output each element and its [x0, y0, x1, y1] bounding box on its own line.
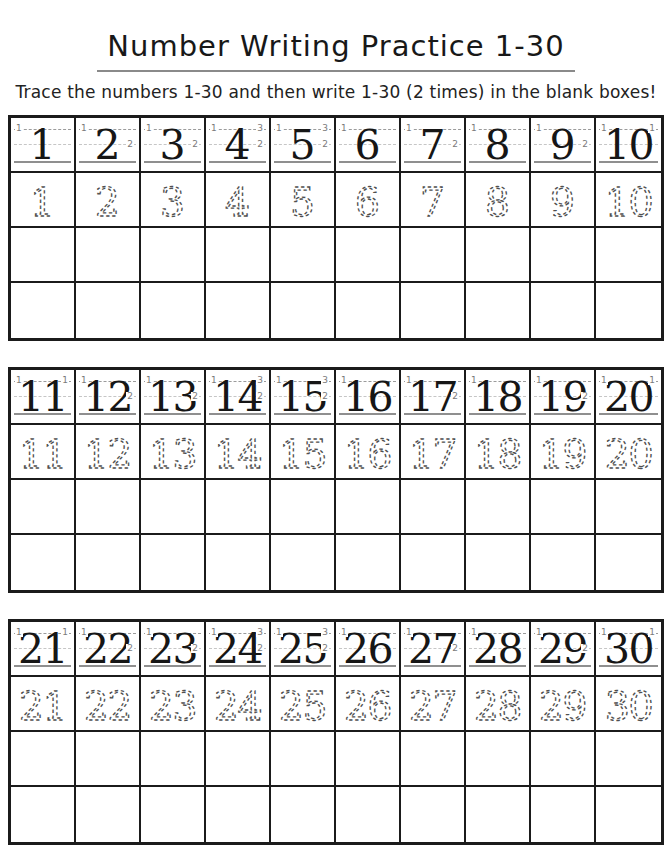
stroke-order-label: 1	[470, 376, 478, 385]
svg-text:15: 15	[279, 432, 326, 477]
worksheet-page: Number Writing Practice 1-30 Trace the n…	[0, 0, 672, 858]
trace-cell-14: 14	[206, 425, 271, 480]
svg-text:13: 13	[149, 432, 196, 477]
stroke-order-label: 2	[321, 644, 329, 653]
trace-numeral-11: 11	[11, 425, 74, 478]
guide-cell-22: 1222	[76, 622, 141, 677]
stroke-order-label: 2	[451, 644, 459, 653]
blank-cell-23-row1	[141, 732, 206, 787]
trace-cell-24: 24	[206, 677, 271, 732]
guide-numeral-8: 8	[484, 125, 510, 166]
number-block-1-10: 1112212312341235161271812911101234567891…	[8, 115, 664, 341]
svg-text:8: 8	[485, 180, 510, 225]
svg-text:28: 28	[474, 684, 521, 729]
guide-cell-17: 1217	[401, 370, 466, 425]
blank-cell-22-row1	[76, 732, 141, 787]
trace-cell-13: 13	[141, 425, 206, 480]
trace-cell-6: 6	[336, 173, 401, 228]
trace-cell-5: 5	[271, 173, 336, 228]
blank-cell-9-row1	[531, 228, 596, 283]
trace-numeral-7: 7	[401, 173, 464, 226]
trace-cell-9: 9	[531, 173, 596, 228]
guide-numeral-7: 7	[419, 125, 445, 166]
guide-numeral-30: 30	[604, 629, 653, 670]
blank-cell-17-row2	[401, 535, 466, 590]
blank-cell-18-row2	[466, 535, 531, 590]
stroke-order-label: 1	[15, 628, 23, 637]
guide-numeral-26: 26	[343, 629, 392, 670]
blank-cell-19-row2	[531, 535, 596, 590]
blank-cell-11-row2	[11, 535, 76, 590]
blank-cell-6-row1	[336, 228, 401, 283]
svg-text:16: 16	[344, 432, 391, 477]
trace-numeral-15: 15	[271, 425, 334, 478]
blank-cell-28-row2	[466, 787, 531, 842]
stroke-order-label: 1	[648, 628, 656, 637]
guide-numeral-13: 13	[148, 377, 197, 418]
stroke-order-label: 2	[581, 140, 589, 149]
trace-numeral-14: 14	[206, 425, 269, 478]
trace-numeral-10: 10	[596, 173, 661, 226]
trace-numeral-6: 6	[336, 173, 399, 226]
stroke-order-label: 2	[126, 392, 134, 401]
trace-numeral-17: 17	[401, 425, 464, 478]
guide-cell-9: 129	[531, 118, 596, 173]
guide-cell-27: 1227	[401, 622, 466, 677]
blank-cell-11-row1	[11, 480, 76, 535]
blank-cell-16-row1	[336, 480, 401, 535]
stroke-order-label: 1	[405, 376, 413, 385]
stroke-order-label: 1	[210, 376, 218, 385]
guide-cell-6: 16	[336, 118, 401, 173]
guide-numeral-11: 11	[18, 377, 67, 418]
svg-text:10: 10	[605, 179, 652, 225]
stroke-order-label: 1	[470, 124, 478, 133]
trace-numeral-29: 29	[531, 677, 594, 730]
stroke-order-label: 2	[451, 392, 459, 401]
stroke-order-label: 1	[210, 628, 218, 637]
guide-cell-13: 1213	[141, 370, 206, 425]
trace-numeral-30: 30	[596, 677, 661, 730]
blank-cell-3-row2	[141, 283, 206, 338]
blank-cell-7-row2	[401, 283, 466, 338]
blank-cell-25-row2	[271, 787, 336, 842]
guide-numeral-18: 18	[473, 377, 522, 418]
blank-cell-20-row1	[596, 480, 661, 535]
blank-cell-8-row2	[466, 283, 531, 338]
stroke-order-label: 2	[191, 644, 199, 653]
stroke-order-label: 2	[256, 392, 264, 401]
stroke-order-label: 1	[600, 124, 608, 133]
guide-numeral-15: 15	[278, 377, 327, 418]
blank-cell-30-row2	[596, 787, 661, 842]
trace-numeral-12: 12	[76, 425, 139, 478]
svg-text:17: 17	[409, 432, 456, 477]
stroke-order-label: 2	[191, 392, 199, 401]
guide-numeral-4: 4	[224, 125, 250, 166]
blank-cell-27-row1	[401, 732, 466, 787]
guide-cell-8: 18	[466, 118, 531, 173]
svg-text:2: 2	[95, 180, 120, 225]
guide-cell-1: 11	[11, 118, 76, 173]
stroke-order-label: 1	[61, 628, 69, 637]
page-title: Number Writing Practice 1-30	[97, 30, 574, 72]
blank-cell-17-row1	[401, 480, 466, 535]
stroke-order-label: 2	[451, 140, 459, 149]
guide-numeral-19: 19	[538, 377, 587, 418]
svg-text:29: 29	[539, 684, 586, 729]
blank-cell-8-row1	[466, 228, 531, 283]
guide-numeral-3: 3	[159, 125, 185, 166]
blank-cell-15-row2	[271, 535, 336, 590]
guide-cell-19: 1219	[531, 370, 596, 425]
trace-cell-23: 23	[141, 677, 206, 732]
stroke-order-label: 1	[600, 628, 608, 637]
number-block-11-20: 1111121212131231412315116121711812191120…	[8, 367, 664, 593]
svg-text:3: 3	[160, 180, 185, 225]
blank-cell-29-row2	[531, 787, 596, 842]
stroke-order-label: 2	[581, 644, 589, 653]
blank-cell-5-row1	[271, 228, 336, 283]
svg-text:19: 19	[539, 432, 586, 477]
guide-cell-12: 1212	[76, 370, 141, 425]
guide-cell-5: 1235	[271, 118, 336, 173]
practice-blocks: 1112212312341235161271812911101234567891…	[8, 115, 664, 845]
blank-cell-25-row1	[271, 732, 336, 787]
stroke-order-label: 1	[145, 628, 153, 637]
stroke-order-label: 2	[321, 140, 329, 149]
blank-cell-21-row2	[11, 787, 76, 842]
stroke-order-label: 1	[145, 124, 153, 133]
svg-text:26: 26	[344, 684, 391, 729]
trace-cell-20: 20	[596, 425, 661, 480]
svg-text:12: 12	[84, 432, 131, 477]
blank-cell-1-row1	[11, 228, 76, 283]
trace-cell-26: 26	[336, 677, 401, 732]
stroke-order-label: 2	[321, 392, 329, 401]
trace-numeral-24: 24	[206, 677, 269, 730]
trace-cell-29: 29	[531, 677, 596, 732]
blank-cell-30-row1	[596, 732, 661, 787]
trace-numeral-13: 13	[141, 425, 204, 478]
blank-cell-18-row1	[466, 480, 531, 535]
stroke-order-label: 1	[80, 376, 88, 385]
svg-text:27: 27	[409, 684, 456, 729]
trace-numeral-25: 25	[271, 677, 334, 730]
stroke-order-label: 3	[256, 376, 264, 385]
svg-text:14: 14	[214, 432, 261, 477]
trace-cell-12: 12	[76, 425, 141, 480]
svg-text:4: 4	[225, 180, 250, 225]
trace-cell-17: 17	[401, 425, 466, 480]
trace-cell-15: 15	[271, 425, 336, 480]
blank-cell-16-row2	[336, 535, 401, 590]
stroke-order-label: 2	[126, 644, 134, 653]
trace-numeral-26: 26	[336, 677, 399, 730]
blank-cell-15-row1	[271, 480, 336, 535]
svg-text:30: 30	[605, 683, 652, 729]
trace-numeral-4: 4	[206, 173, 269, 226]
trace-cell-18: 18	[466, 425, 531, 480]
guide-cell-4: 1234	[206, 118, 271, 173]
guide-cell-10: 1110	[596, 118, 661, 173]
guide-cell-24: 12324	[206, 622, 271, 677]
guide-cell-16: 116	[336, 370, 401, 425]
blank-cell-19-row1	[531, 480, 596, 535]
trace-numeral-8: 8	[466, 173, 529, 226]
stroke-order-label: 1	[15, 124, 23, 133]
blank-cell-13-row2	[141, 535, 206, 590]
blank-cell-9-row2	[531, 283, 596, 338]
stroke-order-label: 3	[321, 376, 329, 385]
instructions-text: Trace the numbers 1-30 and then write 1-…	[8, 82, 664, 102]
blank-cell-22-row2	[76, 787, 141, 842]
trace-cell-4: 4	[206, 173, 271, 228]
guide-cell-28: 128	[466, 622, 531, 677]
trace-cell-2: 2	[76, 173, 141, 228]
guide-cell-18: 118	[466, 370, 531, 425]
blank-cell-21-row1	[11, 732, 76, 787]
blank-cell-26-row1	[336, 732, 401, 787]
blank-cell-24-row2	[206, 787, 271, 842]
trace-numeral-21: 21	[11, 677, 74, 730]
trace-numeral-16: 16	[336, 425, 399, 478]
blank-cell-29-row1	[531, 732, 596, 787]
guide-numeral-27: 27	[408, 629, 457, 670]
trace-cell-28: 28	[466, 677, 531, 732]
svg-text:18: 18	[474, 432, 521, 477]
guide-cell-3: 123	[141, 118, 206, 173]
trace-cell-10: 10	[596, 173, 661, 228]
stroke-order-label: 1	[648, 124, 656, 133]
trace-numeral-5: 5	[271, 173, 334, 226]
blank-cell-4-row2	[206, 283, 271, 338]
trace-numeral-28: 28	[466, 677, 529, 730]
guide-cell-26: 126	[336, 622, 401, 677]
guide-numeral-10: 10	[604, 125, 653, 166]
blank-cell-13-row1	[141, 480, 206, 535]
stroke-order-label: 1	[80, 628, 88, 637]
guide-numeral-25: 25	[278, 629, 327, 670]
stroke-order-label: 1	[275, 376, 283, 385]
stroke-order-label: 1	[340, 628, 348, 637]
stroke-order-label: 1	[535, 124, 543, 133]
blank-cell-7-row1	[401, 228, 466, 283]
trace-cell-27: 27	[401, 677, 466, 732]
guide-numeral-12: 12	[83, 377, 132, 418]
blank-cell-5-row2	[271, 283, 336, 338]
trace-cell-1: 1	[11, 173, 76, 228]
blank-cell-1-row2	[11, 283, 76, 338]
trace-cell-25: 25	[271, 677, 336, 732]
svg-text:21: 21	[19, 684, 66, 729]
svg-text:5: 5	[290, 180, 315, 225]
guide-numeral-24: 24	[213, 629, 262, 670]
guide-cell-15: 12315	[271, 370, 336, 425]
trace-numeral-9: 9	[531, 173, 594, 226]
stroke-order-label: 2	[191, 140, 199, 149]
guide-cell-14: 12314	[206, 370, 271, 425]
stroke-order-label: 3	[256, 124, 264, 133]
stroke-order-label: 1	[61, 376, 69, 385]
trace-numeral-27: 27	[401, 677, 464, 730]
trace-numeral-18: 18	[466, 425, 529, 478]
stroke-order-label: 1	[340, 376, 348, 385]
blank-cell-14-row2	[206, 535, 271, 590]
svg-text:11: 11	[19, 432, 66, 477]
guide-cell-7: 127	[401, 118, 466, 173]
svg-text:9: 9	[550, 180, 575, 225]
guide-cell-21: 1121	[11, 622, 76, 677]
stroke-order-label: 3	[321, 628, 329, 637]
trace-cell-30: 30	[596, 677, 661, 732]
blank-cell-23-row2	[141, 787, 206, 842]
svg-text:7: 7	[420, 180, 445, 225]
guide-cell-20: 1120	[596, 370, 661, 425]
guide-numeral-22: 22	[83, 629, 132, 670]
stroke-order-label: 2	[126, 140, 134, 149]
trace-numeral-1: 1	[11, 173, 74, 226]
guide-numeral-2: 2	[94, 125, 120, 166]
guide-numeral-1: 1	[29, 125, 55, 166]
stroke-order-label: 2	[256, 140, 264, 149]
stroke-order-label: 2	[581, 392, 589, 401]
stroke-order-label: 1	[275, 628, 283, 637]
blank-cell-10-row2	[596, 283, 661, 338]
guide-numeral-21: 21	[18, 629, 67, 670]
blank-cell-27-row2	[401, 787, 466, 842]
svg-text:20: 20	[605, 431, 652, 477]
trace-numeral-20: 20	[596, 425, 661, 478]
stroke-order-label: 1	[470, 628, 478, 637]
svg-text:1: 1	[30, 180, 55, 225]
guide-cell-2: 122	[76, 118, 141, 173]
trace-cell-21: 21	[11, 677, 76, 732]
stroke-order-label: 1	[600, 376, 608, 385]
blank-cell-3-row1	[141, 228, 206, 283]
stroke-order-label: 2	[256, 644, 264, 653]
stroke-order-label: 1	[405, 628, 413, 637]
stroke-order-label: 1	[145, 376, 153, 385]
guide-cell-23: 1223	[141, 622, 206, 677]
blank-cell-26-row2	[336, 787, 401, 842]
guide-cell-25: 12325	[271, 622, 336, 677]
guide-numeral-17: 17	[408, 377, 457, 418]
guide-numeral-16: 16	[343, 377, 392, 418]
blank-cell-28-row1	[466, 732, 531, 787]
trace-numeral-23: 23	[141, 677, 204, 730]
stroke-order-label: 3	[256, 628, 264, 637]
blank-cell-14-row1	[206, 480, 271, 535]
guide-numeral-5: 5	[289, 125, 315, 166]
stroke-order-label: 1	[80, 124, 88, 133]
guide-numeral-28: 28	[473, 629, 522, 670]
guide-numeral-23: 23	[148, 629, 197, 670]
guide-cell-30: 1130	[596, 622, 661, 677]
trace-numeral-2: 2	[76, 173, 139, 226]
guide-numeral-6: 6	[354, 125, 380, 166]
stroke-order-label: 1	[15, 376, 23, 385]
blank-cell-12-row1	[76, 480, 141, 535]
svg-text:24: 24	[214, 684, 261, 729]
blank-cell-20-row2	[596, 535, 661, 590]
svg-text:6: 6	[355, 180, 380, 225]
stroke-order-label: 1	[275, 124, 283, 133]
guide-numeral-9: 9	[549, 125, 575, 166]
stroke-order-label: 1	[405, 124, 413, 133]
blank-cell-24-row1	[206, 732, 271, 787]
svg-text:23: 23	[149, 684, 196, 729]
trace-cell-19: 19	[531, 425, 596, 480]
trace-numeral-22: 22	[76, 677, 139, 730]
trace-cell-7: 7	[401, 173, 466, 228]
title-area: Number Writing Practice 1-30	[8, 0, 664, 72]
blank-cell-2-row1	[76, 228, 141, 283]
stroke-order-label: 1	[340, 124, 348, 133]
blank-cell-6-row2	[336, 283, 401, 338]
blank-cell-10-row1	[596, 228, 661, 283]
blank-cell-12-row2	[76, 535, 141, 590]
guide-cell-29: 1229	[531, 622, 596, 677]
stroke-order-label: 3	[321, 124, 329, 133]
guide-numeral-29: 29	[538, 629, 587, 670]
stroke-order-label: 1	[648, 376, 656, 385]
trace-cell-16: 16	[336, 425, 401, 480]
guide-numeral-14: 14	[213, 377, 262, 418]
stroke-order-label: 1	[535, 376, 543, 385]
trace-numeral-19: 19	[531, 425, 594, 478]
trace-cell-11: 11	[11, 425, 76, 480]
stroke-order-label: 1	[535, 628, 543, 637]
trace-numeral-3: 3	[141, 173, 204, 226]
trace-cell-22: 22	[76, 677, 141, 732]
blank-cell-4-row1	[206, 228, 271, 283]
number-block-21-30: 1121122212231232412325126122712812291130…	[8, 619, 664, 845]
svg-text:25: 25	[279, 684, 326, 729]
guide-cell-11: 1111	[11, 370, 76, 425]
blank-cell-2-row2	[76, 283, 141, 338]
trace-cell-8: 8	[466, 173, 531, 228]
trace-cell-3: 3	[141, 173, 206, 228]
guide-numeral-20: 20	[604, 377, 653, 418]
svg-text:22: 22	[84, 684, 131, 729]
stroke-order-label: 1	[210, 124, 218, 133]
